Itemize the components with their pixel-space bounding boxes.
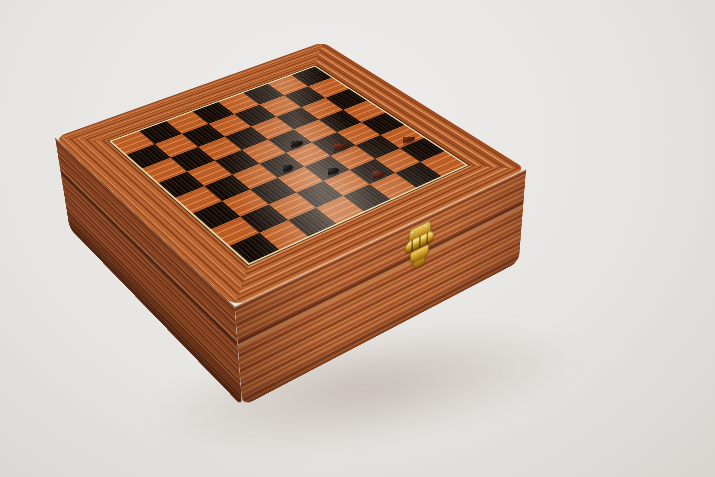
board-cell[interactable] xyxy=(296,181,343,208)
board-cell[interactable] xyxy=(240,204,288,232)
photo-background: { "game": "chess", "scene": "wooden ches… xyxy=(0,0,715,477)
board-cell[interactable] xyxy=(159,172,205,198)
board-cell[interactable] xyxy=(242,140,286,164)
board-cell[interactable] xyxy=(312,132,356,156)
board-cell[interactable] xyxy=(343,184,390,211)
board-cell[interactable] xyxy=(127,144,171,168)
board-cell[interactable] xyxy=(288,208,336,237)
board-cell[interactable] xyxy=(204,175,250,201)
board-cell[interactable] xyxy=(250,178,296,205)
board-cell[interactable] xyxy=(269,193,316,221)
scene: ♛♛♚♚♚♚♟♟♞♞♞♞ xyxy=(0,0,715,477)
board-cell[interactable] xyxy=(330,145,375,169)
board-cell[interactable] xyxy=(155,134,198,158)
board-cell[interactable] xyxy=(222,189,269,216)
board-cell[interactable] xyxy=(350,159,396,184)
board-cell[interactable] xyxy=(175,186,221,213)
board-cell[interactable] xyxy=(420,151,465,176)
board-cell[interactable] xyxy=(304,156,349,181)
board-cell[interactable] xyxy=(187,161,232,186)
board-cell[interactable] xyxy=(230,233,279,263)
board-cell[interactable] xyxy=(370,173,416,199)
board-cell[interactable] xyxy=(259,153,304,178)
board-cell[interactable] xyxy=(232,164,277,190)
board-cell[interactable] xyxy=(316,196,364,224)
board-cell[interactable] xyxy=(215,150,260,175)
board-cell[interactable] xyxy=(193,201,240,229)
board-cell[interactable] xyxy=(211,217,259,246)
board-cell[interactable] xyxy=(278,167,324,193)
board-cell[interactable] xyxy=(356,135,400,159)
board-cell[interactable] xyxy=(323,170,369,196)
board-cell[interactable] xyxy=(171,147,215,172)
board-cell[interactable] xyxy=(375,148,420,173)
board-cell[interactable] xyxy=(400,138,445,162)
board-cell[interactable] xyxy=(198,137,242,161)
board-cells xyxy=(112,67,315,142)
board-cell[interactable] xyxy=(259,220,308,249)
board-cell[interactable] xyxy=(395,162,441,188)
board-cell[interactable] xyxy=(286,142,330,166)
board-cell[interactable] xyxy=(142,158,187,183)
board-cell[interactable] xyxy=(112,131,155,155)
